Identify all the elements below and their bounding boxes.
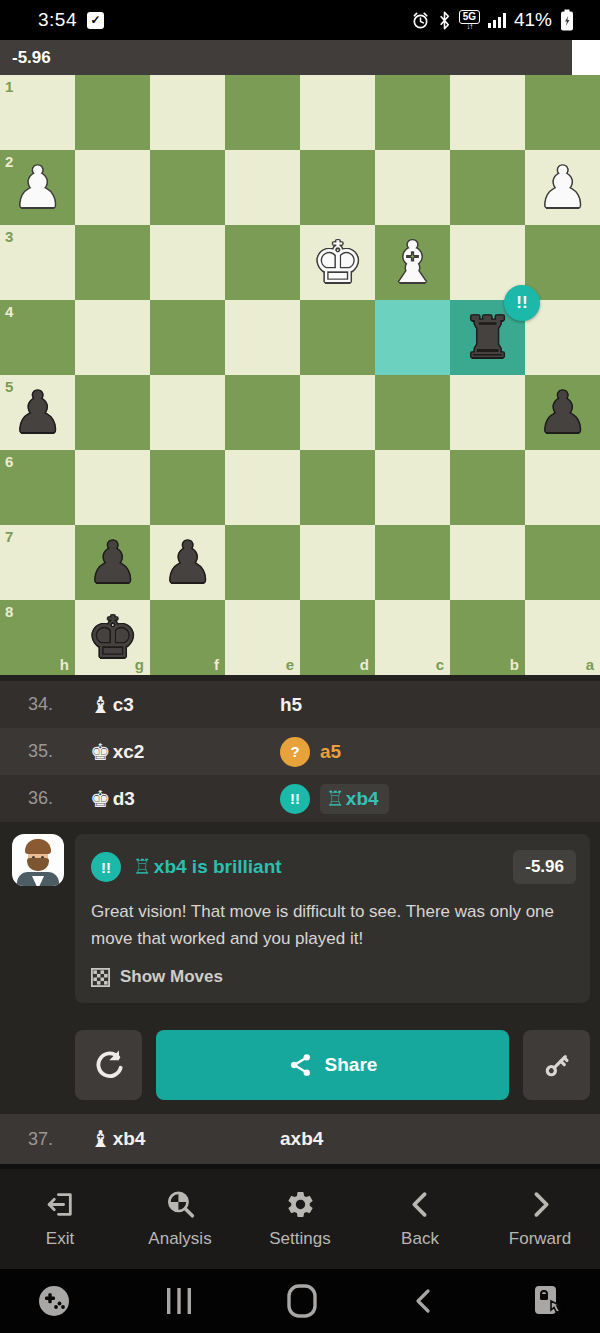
- square-a6[interactable]: [525, 450, 600, 525]
- square-c8[interactable]: c: [375, 600, 450, 675]
- android-nav-bar: [0, 1269, 600, 1333]
- square-g5[interactable]: [75, 375, 150, 450]
- evaluation-bar: -5.96: [0, 40, 600, 75]
- square-e6[interactable]: [225, 450, 300, 525]
- square-h4[interactable]: 4: [0, 300, 75, 375]
- bluetooth-icon: [438, 11, 451, 30]
- square-f3[interactable]: [150, 225, 225, 300]
- square-f8[interactable]: f: [150, 600, 225, 675]
- retry-button[interactable]: [75, 1030, 142, 1100]
- rank-label-3: 3: [5, 228, 13, 245]
- chess-board[interactable]: 12♟♟3♚♝4♜5♟♟67♟♟8hg♚fedcba!!: [0, 75, 600, 675]
- square-d7[interactable]: [300, 525, 375, 600]
- square-a5[interactable]: ♟: [525, 375, 600, 450]
- square-e4[interactable]: [225, 300, 300, 375]
- checkerboard-icon: [91, 968, 110, 987]
- share-button[interactable]: Share: [156, 1030, 509, 1100]
- share-icon: [288, 1052, 313, 1078]
- square-d3[interactable]: ♚: [300, 225, 375, 300]
- square-b1[interactable]: [450, 75, 525, 150]
- square-d4[interactable]: [300, 300, 375, 375]
- eval-badge: -5.96: [513, 850, 576, 884]
- square-c7[interactable]: [375, 525, 450, 600]
- square-h1[interactable]: 1: [0, 75, 75, 150]
- bishop-icon: ♝: [90, 692, 111, 718]
- white-pawn[interactable]: ♟: [525, 150, 600, 225]
- checkbox-icon: ✓: [87, 12, 104, 29]
- square-g1[interactable]: [75, 75, 150, 150]
- white-move[interactable]: ♚xc2: [90, 739, 280, 765]
- square-g7[interactable]: ♟: [75, 525, 150, 600]
- move-number: 37.: [0, 1129, 90, 1150]
- rook-icon: ♖: [133, 855, 152, 879]
- chevron-left-icon: [405, 1189, 436, 1220]
- game-launcher-icon: [36, 1283, 72, 1319]
- brilliant-badge: !!: [91, 852, 121, 882]
- white-move[interactable]: ♚d3: [90, 786, 280, 812]
- analysis-icon: [165, 1189, 196, 1220]
- black-move[interactable]: h5: [280, 694, 302, 716]
- rank-label-7: 7: [5, 528, 13, 545]
- square-d2[interactable]: [300, 150, 375, 225]
- square-c5[interactable]: [375, 375, 450, 450]
- square-a7[interactable]: [525, 525, 600, 600]
- exit-icon: [45, 1189, 76, 1220]
- square-c2[interactable]: [375, 150, 450, 225]
- square-e3[interactable]: [225, 225, 300, 300]
- square-a2[interactable]: ♟: [525, 150, 600, 225]
- rank-label-6: 6: [5, 453, 13, 470]
- square-f1[interactable]: [150, 75, 225, 150]
- rook-icon: ♖: [326, 787, 345, 811]
- black-pawn[interactable]: ♟: [150, 525, 225, 600]
- move-number: 35.: [0, 741, 90, 762]
- file-label-e: e: [286, 656, 294, 673]
- black-move[interactable]: ? a5: [280, 737, 341, 767]
- show-moves-button[interactable]: Show Moves: [91, 967, 576, 987]
- file-label-d: d: [360, 656, 369, 673]
- black-move[interactable]: !! ♖xb4: [280, 784, 389, 814]
- square-g6[interactable]: [75, 450, 150, 525]
- square-e7[interactable]: [225, 525, 300, 600]
- square-a1[interactable]: [525, 75, 600, 150]
- white-king[interactable]: ♚: [300, 225, 375, 300]
- forward-move-button[interactable]: Forward: [480, 1169, 600, 1269]
- bishop-icon: ♝: [90, 1126, 111, 1152]
- square-a8[interactable]: a: [525, 600, 600, 675]
- clock: 3:54: [38, 9, 77, 31]
- square-h8[interactable]: 8h: [0, 600, 75, 675]
- back-move-button[interactable]: Back: [360, 1169, 480, 1269]
- square-b8[interactable]: b: [450, 600, 525, 675]
- chevron-right-icon: [525, 1189, 556, 1220]
- white-pawn[interactable]: ♟: [0, 150, 75, 225]
- home-icon: [286, 1284, 318, 1318]
- square-f2[interactable]: [150, 150, 225, 225]
- square-f6[interactable]: [150, 450, 225, 525]
- square-h3[interactable]: 3: [0, 225, 75, 300]
- square-h5[interactable]: 5♟: [0, 375, 75, 450]
- square-b7[interactable]: [450, 525, 525, 600]
- eval-bar-white-segment: [572, 40, 600, 75]
- white-bishop[interactable]: ♝: [375, 225, 450, 300]
- square-e5[interactable]: [225, 375, 300, 450]
- square-e8[interactable]: e: [225, 600, 300, 675]
- square-g8[interactable]: g♚: [75, 600, 150, 675]
- exit-button[interactable]: Exit: [0, 1169, 120, 1269]
- file-label-c: c: [436, 656, 444, 673]
- battery-icon: [560, 9, 574, 31]
- brilliant-badge-on-board: !!: [504, 285, 540, 321]
- android-back-button[interactable]: [410, 1287, 438, 1315]
- game-launcher-button[interactable]: [36, 1283, 72, 1319]
- brilliant-panel: !! ♖xb4 is brilliant -5.96 Great vision!…: [75, 834, 590, 1003]
- file-label-h: h: [60, 656, 69, 673]
- rank-label-1: 1: [5, 78, 13, 95]
- square-h6[interactable]: 6: [0, 450, 75, 525]
- square-h7[interactable]: 7: [0, 525, 75, 600]
- square-c3[interactable]: ♝: [375, 225, 450, 300]
- recents-icon: [164, 1286, 194, 1316]
- rank-label-8: 8: [5, 603, 13, 620]
- move-number: 36.: [0, 788, 90, 809]
- black-pawn[interactable]: ♟: [0, 375, 75, 450]
- bottom-nav: Exit Analysis Settings Back Forward: [0, 1164, 600, 1269]
- square-d8[interactable]: d: [300, 600, 375, 675]
- avatar[interactable]: [12, 834, 64, 886]
- move-row-34[interactable]: 34. ♝c3 h5: [0, 681, 600, 728]
- highlighted-move-chip[interactable]: ♖xb4: [320, 784, 389, 814]
- mistake-badge: ?: [280, 737, 310, 767]
- square-b2[interactable]: [450, 150, 525, 225]
- move-row-37[interactable]: 37. ♝xb4 axb4: [0, 1114, 600, 1164]
- square-d5[interactable]: [300, 375, 375, 450]
- move-row-35[interactable]: 35. ♚xc2 ? a5: [0, 728, 600, 775]
- black-pawn[interactable]: ♟: [75, 525, 150, 600]
- gear-icon: [285, 1189, 316, 1220]
- coach-comment: Great vision! That move is difficult to …: [91, 898, 576, 952]
- battery-percent: 41%: [514, 9, 552, 31]
- square-g4[interactable]: [75, 300, 150, 375]
- back-icon: [410, 1287, 438, 1315]
- square-f5[interactable]: [150, 375, 225, 450]
- analysis-button[interactable]: Analysis: [120, 1169, 240, 1269]
- file-label-a: a: [586, 656, 594, 673]
- touch-lock-button[interactable]: [530, 1283, 564, 1319]
- status-bar: 3:54 ✓ 5G ↓↑ 41%: [0, 0, 600, 40]
- evaluation-score: -5.96: [0, 48, 51, 68]
- square-c6[interactable]: [375, 450, 450, 525]
- network-5g-icon: 5G ↓↑: [459, 10, 480, 31]
- key-icon: [541, 1049, 573, 1081]
- square-a3[interactable]: [525, 225, 600, 300]
- file-label-f: f: [214, 656, 219, 673]
- key-button[interactable]: [523, 1030, 590, 1100]
- rank-label-4: 4: [5, 303, 13, 320]
- king-icon: ♚: [90, 739, 111, 765]
- move-row-36[interactable]: 36. ♚d3 !! ♖xb4: [0, 775, 600, 822]
- alarm-icon: [411, 11, 430, 30]
- analysis-card: !! ♖xb4 is brilliant -5.96 Great vision!…: [0, 822, 600, 1114]
- king-icon: ♚: [90, 786, 111, 812]
- brilliant-badge: !!: [280, 784, 310, 814]
- move-number: 34.: [0, 694, 90, 715]
- square-d1[interactable]: [300, 75, 375, 150]
- square-d6[interactable]: [300, 450, 375, 525]
- square-b5[interactable]: [450, 375, 525, 450]
- black-move[interactable]: axb4: [280, 1128, 323, 1150]
- square-e2[interactable]: [225, 150, 300, 225]
- recents-button[interactable]: [164, 1286, 194, 1316]
- square-e1[interactable]: [225, 75, 300, 150]
- panel-title: ♖xb4 is brilliant: [133, 855, 282, 879]
- square-g2[interactable]: [75, 150, 150, 225]
- square-c4[interactable]: [375, 300, 450, 375]
- square-g3[interactable]: [75, 225, 150, 300]
- black-king[interactable]: ♚: [75, 600, 150, 675]
- home-button[interactable]: [286, 1284, 318, 1318]
- touch-lock-icon: [530, 1283, 564, 1319]
- white-move[interactable]: ♝xb4: [90, 1126, 280, 1152]
- black-pawn[interactable]: ♟: [525, 375, 600, 450]
- square-f4[interactable]: [150, 300, 225, 375]
- retry-icon: [92, 1048, 126, 1082]
- square-f7[interactable]: ♟: [150, 525, 225, 600]
- file-label-b: b: [510, 656, 519, 673]
- settings-button[interactable]: Settings: [240, 1169, 360, 1269]
- square-c1[interactable]: [375, 75, 450, 150]
- white-move[interactable]: ♝c3: [90, 692, 280, 718]
- square-b6[interactable]: [450, 450, 525, 525]
- signal-icon: [488, 11, 506, 29]
- square-h2[interactable]: 2♟: [0, 150, 75, 225]
